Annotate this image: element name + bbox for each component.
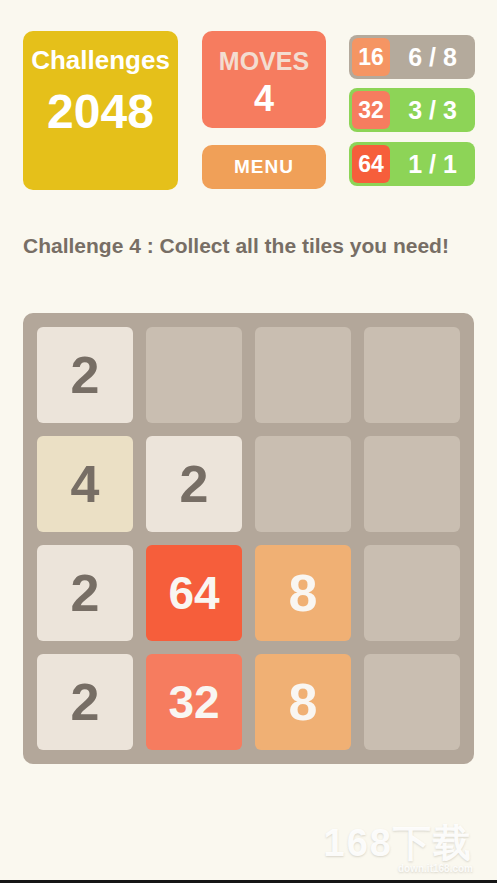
goal-tile-64: 64 (352, 145, 390, 183)
watermark-title: 168下载 (324, 824, 473, 862)
cell-r2c2: 8 (255, 545, 351, 641)
goal-badge-32: 32 3 / 3 (349, 88, 475, 132)
cell-r2c1: 64 (146, 545, 242, 641)
cell-r1c1: 2 (146, 436, 242, 532)
goal-tile-32: 32 (352, 91, 390, 129)
app-screen: Challenges 2048 MOVES 4 MENU 16 6 / 8 32… (0, 0, 497, 883)
cell-r1c2 (255, 436, 351, 532)
cell-r3c2: 8 (255, 654, 351, 750)
site-watermark: 168下载 down.it168.com (324, 824, 473, 874)
cell-r3c0: 2 (37, 654, 133, 750)
cell-r2c0: 2 (37, 545, 133, 641)
goal-badge-64: 64 1 / 1 (349, 142, 475, 186)
cell-r3c1: 32 (146, 654, 242, 750)
cell-r0c1 (146, 327, 242, 423)
cell-r0c3 (364, 327, 460, 423)
cell-r1c3 (364, 436, 460, 532)
cell-r0c0: 2 (37, 327, 133, 423)
cell-r1c0: 4 (37, 436, 133, 532)
moves-value: 4 (202, 78, 326, 120)
goal-progress-32: 3 / 3 (390, 96, 475, 125)
menu-button[interactable]: MENU (202, 145, 326, 189)
logo-challenges-text: Challenges (23, 45, 178, 76)
watermark-subtitle: down.it168.com (324, 863, 473, 874)
game-board[interactable]: 2 4 2 2 64 8 2 32 8 (23, 313, 474, 764)
challenges-2048-logo-card: Challenges 2048 (23, 31, 178, 190)
goal-badge-16: 16 6 / 8 (349, 35, 475, 79)
challenge-description: Challenge 4 : Collect all the tiles you … (23, 234, 483, 258)
cell-r3c3 (364, 654, 460, 750)
moves-label: MOVES (202, 47, 326, 76)
goal-tile-16: 16 (352, 38, 390, 76)
cell-r0c2 (255, 327, 351, 423)
goal-progress-64: 1 / 1 (390, 150, 475, 179)
goal-progress-16: 6 / 8 (390, 43, 475, 72)
cell-r2c3 (364, 545, 460, 641)
logo-2048-text: 2048 (23, 84, 178, 139)
moves-counter-panel: MOVES 4 (202, 31, 326, 128)
